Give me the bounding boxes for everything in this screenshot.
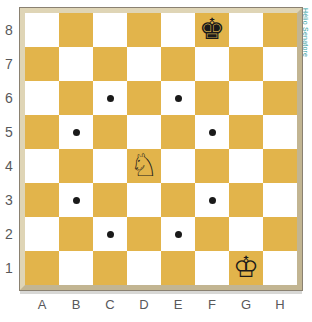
square-b1[interactable] [59, 251, 93, 285]
illustrator-credit: Hélio Senatore [302, 8, 309, 57]
square-a7[interactable] [25, 47, 59, 81]
square-e3[interactable] [161, 183, 195, 217]
square-h7[interactable] [263, 47, 297, 81]
square-e6[interactable] [161, 81, 195, 115]
square-d1[interactable] [127, 251, 161, 285]
square-a5[interactable] [25, 115, 59, 149]
square-g1[interactable]: ♔ [229, 251, 263, 285]
square-c8[interactable] [93, 13, 127, 47]
move-dot [73, 197, 80, 204]
square-c7[interactable] [93, 47, 127, 81]
move-dot [175, 231, 182, 238]
square-a8[interactable] [25, 13, 59, 47]
chess-diagram-page: 87654321 ♚♘♔ ABCDEFGH Hélio Senatore [0, 0, 312, 322]
rank-label-8: 8 [0, 13, 18, 47]
square-b4[interactable] [59, 149, 93, 183]
square-f3[interactable] [195, 183, 229, 217]
square-f4[interactable] [195, 149, 229, 183]
move-dot [209, 129, 216, 136]
square-g6[interactable] [229, 81, 263, 115]
square-c6[interactable] [93, 81, 127, 115]
square-d3[interactable] [127, 183, 161, 217]
rank-label-6: 6 [0, 81, 18, 115]
square-g5[interactable] [229, 115, 263, 149]
square-g3[interactable] [229, 183, 263, 217]
file-label-a: A [25, 295, 59, 313]
square-e8[interactable] [161, 13, 195, 47]
square-a6[interactable] [25, 81, 59, 115]
square-a2[interactable] [25, 217, 59, 251]
square-a1[interactable] [25, 251, 59, 285]
square-e1[interactable] [161, 251, 195, 285]
square-b8[interactable] [59, 13, 93, 47]
square-f8[interactable]: ♚ [195, 13, 229, 47]
square-d4[interactable]: ♘ [127, 149, 161, 183]
chess-board: ♚♘♔ [25, 13, 297, 285]
rank-label-5: 5 [0, 115, 18, 149]
file-labels: ABCDEFGH [25, 295, 297, 313]
file-label-h: H [263, 295, 297, 313]
square-h3[interactable] [263, 183, 297, 217]
square-f5[interactable] [195, 115, 229, 149]
rank-label-4: 4 [0, 149, 18, 183]
square-e7[interactable] [161, 47, 195, 81]
square-h5[interactable] [263, 115, 297, 149]
black-king-piece: ♚ [199, 15, 225, 44]
square-b6[interactable] [59, 81, 93, 115]
square-f2[interactable] [195, 217, 229, 251]
square-c1[interactable] [93, 251, 127, 285]
square-d5[interactable] [127, 115, 161, 149]
square-g4[interactable] [229, 149, 263, 183]
square-d2[interactable] [127, 217, 161, 251]
square-g8[interactable] [229, 13, 263, 47]
file-label-c: C [93, 295, 127, 313]
file-label-b: B [59, 295, 93, 313]
square-g7[interactable] [229, 47, 263, 81]
square-f1[interactable] [195, 251, 229, 285]
square-c5[interactable] [93, 115, 127, 149]
square-d8[interactable] [127, 13, 161, 47]
square-h4[interactable] [263, 149, 297, 183]
square-b2[interactable] [59, 217, 93, 251]
square-e4[interactable] [161, 149, 195, 183]
file-label-f: F [195, 295, 229, 313]
square-f6[interactable] [195, 81, 229, 115]
file-label-g: G [229, 295, 263, 313]
square-c4[interactable] [93, 149, 127, 183]
white-king-piece: ♔ [233, 253, 259, 282]
square-d6[interactable] [127, 81, 161, 115]
square-h2[interactable] [263, 217, 297, 251]
square-b5[interactable] [59, 115, 93, 149]
file-label-e: E [161, 295, 195, 313]
square-f7[interactable] [195, 47, 229, 81]
move-dot [209, 197, 216, 204]
rank-label-7: 7 [0, 47, 18, 81]
rank-label-3: 3 [0, 183, 18, 217]
square-b7[interactable] [59, 47, 93, 81]
square-e5[interactable] [161, 115, 195, 149]
square-a3[interactable] [25, 183, 59, 217]
square-a4[interactable] [25, 149, 59, 183]
square-c2[interactable] [93, 217, 127, 251]
file-label-d: D [127, 295, 161, 313]
square-g2[interactable] [229, 217, 263, 251]
move-dot [107, 231, 114, 238]
move-dot [107, 95, 114, 102]
rank-label-1: 1 [0, 251, 18, 285]
move-dot [175, 95, 182, 102]
move-dot [73, 129, 80, 136]
square-h1[interactable] [263, 251, 297, 285]
chess-board-frame: ♚♘♔ [20, 8, 302, 290]
square-h8[interactable] [263, 13, 297, 47]
square-c3[interactable] [93, 183, 127, 217]
square-d7[interactable] [127, 47, 161, 81]
square-b3[interactable] [59, 183, 93, 217]
square-e2[interactable] [161, 217, 195, 251]
white-knight-piece: ♘ [130, 149, 159, 181]
square-h6[interactable] [263, 81, 297, 115]
rank-labels: 87654321 [0, 13, 18, 285]
rank-label-2: 2 [0, 217, 18, 251]
